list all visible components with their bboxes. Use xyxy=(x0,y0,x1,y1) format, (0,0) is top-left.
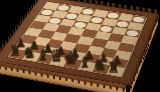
chess-box: ●●●●●●●●●●●●♟♟♟♟♟♟♟♟♜♞♝♛♚♝♞♜ xyxy=(0,0,159,86)
dark-queen: ♛ xyxy=(49,48,64,65)
dark-knight: ♞ xyxy=(92,57,107,73)
square-h6: ● xyxy=(124,28,140,37)
chess-board-grid: ●●●●●●●●●●●●♟♟♟♟♟♟♟♟♜♞♝♛♚♝♞♜ xyxy=(9,2,147,77)
square-h1: ♜ xyxy=(107,66,125,77)
dark-king: ♚ xyxy=(63,50,78,67)
dark-knight: ♞ xyxy=(22,45,37,60)
dark-bishop: ♝ xyxy=(36,47,51,62)
dark-rook: ♜ xyxy=(106,61,121,76)
square-h5 xyxy=(121,35,138,44)
dark-rook: ♜ xyxy=(8,44,22,58)
dark-bishop: ♝ xyxy=(78,54,93,70)
product-photo-scene: ●●●●●●●●●●●●♟♟♟♟♟♟♟♟♜♞♝♛♚♝♞♜ xyxy=(0,0,160,92)
square-g7: ● xyxy=(114,20,130,29)
